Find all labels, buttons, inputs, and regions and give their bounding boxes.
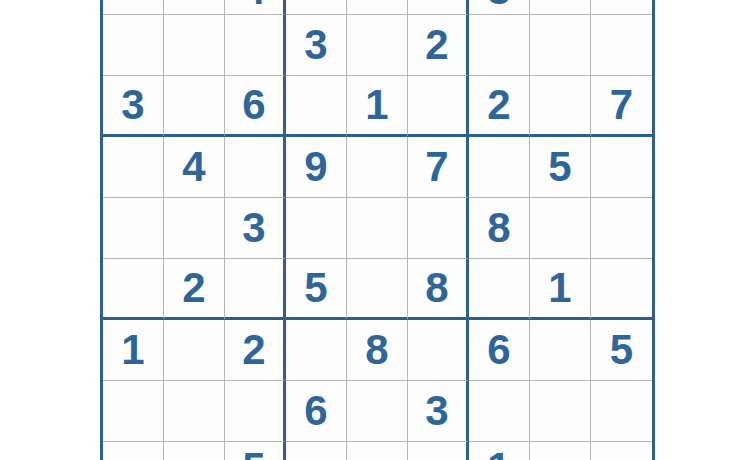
cell-r2c8[interactable]: [530, 15, 591, 76]
cell-r5c4[interactable]: [286, 198, 347, 259]
cell-r7c7: 6: [469, 320, 530, 381]
cell-r3c1: 3: [103, 76, 164, 137]
cell-r7c5: 8: [347, 320, 408, 381]
cell-r2c2[interactable]: [164, 15, 225, 76]
given-digit: 8: [425, 267, 448, 309]
given-digit: 4: [242, 0, 265, 11]
cell-r1c6[interactable]: [408, 0, 469, 15]
cell-r4c1[interactable]: [103, 137, 164, 198]
cell-r9c7: 1: [469, 442, 530, 460]
cell-r1c9[interactable]: [591, 0, 652, 15]
cell-r9c8[interactable]: [530, 442, 591, 460]
sudoku-board: 4 3 3 2 3 6 1 2: [100, 0, 655, 460]
given-digit: 2: [487, 84, 510, 126]
cell-r8c6: 3: [408, 381, 469, 442]
given-digit: 9: [304, 146, 327, 188]
given-digit: 3: [487, 0, 510, 11]
cell-r1c8[interactable]: [530, 0, 591, 15]
cell-r3c9: 7: [591, 76, 652, 137]
cell-r1c1[interactable]: [103, 0, 164, 15]
cell-r9c9[interactable]: [591, 442, 652, 460]
cell-r4c4: 9: [286, 137, 347, 198]
cell-r1c7: 3: [469, 0, 530, 15]
given-digit: 6: [487, 329, 510, 371]
cell-r3c3: 6: [225, 76, 286, 137]
cell-r7c2[interactable]: [164, 320, 225, 381]
given-digit: 2: [242, 329, 265, 371]
cell-r5c6[interactable]: [408, 198, 469, 259]
cell-r7c4[interactable]: [286, 320, 347, 381]
cell-r9c2[interactable]: [164, 442, 225, 460]
cell-r3c4[interactable]: [286, 76, 347, 137]
cell-r3c6[interactable]: [408, 76, 469, 137]
cell-r7c1: 1: [103, 320, 164, 381]
cell-r4c7[interactable]: [469, 137, 530, 198]
cell-r6c1[interactable]: [103, 259, 164, 320]
cell-r7c8[interactable]: [530, 320, 591, 381]
cell-r1c3: 4: [225, 0, 286, 15]
given-digit: 7: [610, 84, 633, 126]
cell-r5c8[interactable]: [530, 198, 591, 259]
given-digit: 5: [242, 447, 265, 460]
cell-r4c3[interactable]: [225, 137, 286, 198]
cell-r5c5[interactable]: [347, 198, 408, 259]
given-digit: 4: [182, 146, 205, 188]
cell-r5c3: 3: [225, 198, 286, 259]
cell-r9c1[interactable]: [103, 442, 164, 460]
given-digit: 7: [425, 146, 448, 188]
given-digit: 2: [182, 267, 205, 309]
cell-r1c4[interactable]: [286, 0, 347, 15]
cell-r3c2[interactable]: [164, 76, 225, 137]
cell-r8c2[interactable]: [164, 381, 225, 442]
cell-r9c3: 5: [225, 442, 286, 460]
cell-r5c1[interactable]: [103, 198, 164, 259]
cell-r3c8[interactable]: [530, 76, 591, 137]
cell-r3c7: 2: [469, 76, 530, 137]
given-digit: 3: [425, 390, 448, 432]
cell-r7c6[interactable]: [408, 320, 469, 381]
cell-r5c2[interactable]: [164, 198, 225, 259]
cell-r8c1[interactable]: [103, 381, 164, 442]
cell-r6c8: 1: [530, 259, 591, 320]
cell-r5c9[interactable]: [591, 198, 652, 259]
sudoku-viewport: 4 3 3 2 3 6 1 2: [0, 0, 736, 460]
given-digit: 5: [610, 329, 633, 371]
given-digit: 1: [548, 267, 571, 309]
cell-r2c1[interactable]: [103, 15, 164, 76]
cell-r5c7: 8: [469, 198, 530, 259]
cell-r6c2: 2: [164, 259, 225, 320]
cell-r6c3[interactable]: [225, 259, 286, 320]
cell-r7c3: 2: [225, 320, 286, 381]
cell-r7c9: 5: [591, 320, 652, 381]
cell-r8c5[interactable]: [347, 381, 408, 442]
cell-r4c6: 7: [408, 137, 469, 198]
cell-r4c5[interactable]: [347, 137, 408, 198]
cell-r8c8[interactable]: [530, 381, 591, 442]
given-digit: 1: [487, 447, 510, 460]
cell-r6c4: 5: [286, 259, 347, 320]
given-digit: 8: [365, 329, 388, 371]
given-digit: 6: [242, 84, 265, 126]
cell-r8c4: 6: [286, 381, 347, 442]
cell-r2c7[interactable]: [469, 15, 530, 76]
given-digit: 3: [121, 84, 144, 126]
given-digit: 1: [365, 84, 388, 126]
given-digit: 1: [121, 329, 144, 371]
cell-r9c6[interactable]: [408, 442, 469, 460]
cell-r6c9[interactable]: [591, 259, 652, 320]
cell-r4c8: 5: [530, 137, 591, 198]
cell-r1c2[interactable]: [164, 0, 225, 15]
cell-r6c7[interactable]: [469, 259, 530, 320]
cell-r8c9[interactable]: [591, 381, 652, 442]
given-digit: 5: [548, 146, 571, 188]
cell-r4c9[interactable]: [591, 137, 652, 198]
cell-r9c4[interactable]: [286, 442, 347, 460]
cell-r8c3[interactable]: [225, 381, 286, 442]
given-digit: 3: [304, 24, 327, 66]
given-digit: 2: [425, 24, 448, 66]
given-digit: 6: [304, 390, 327, 432]
cell-r2c9[interactable]: [591, 15, 652, 76]
given-digit: 8: [487, 207, 510, 249]
given-digit: 5: [304, 267, 327, 309]
cell-r9c5[interactable]: [347, 442, 408, 460]
cell-r3c5: 1: [347, 76, 408, 137]
cell-r2c3[interactable]: [225, 15, 286, 76]
cell-r6c5[interactable]: [347, 259, 408, 320]
cell-r8c7[interactable]: [469, 381, 530, 442]
cell-r2c5[interactable]: [347, 15, 408, 76]
cell-r4c2: 4: [164, 137, 225, 198]
cell-r1c5[interactable]: [347, 0, 408, 15]
cell-r2c6: 2: [408, 15, 469, 76]
cell-r6c6: 8: [408, 259, 469, 320]
cell-r2c4: 3: [286, 15, 347, 76]
given-digit: 3: [242, 207, 265, 249]
